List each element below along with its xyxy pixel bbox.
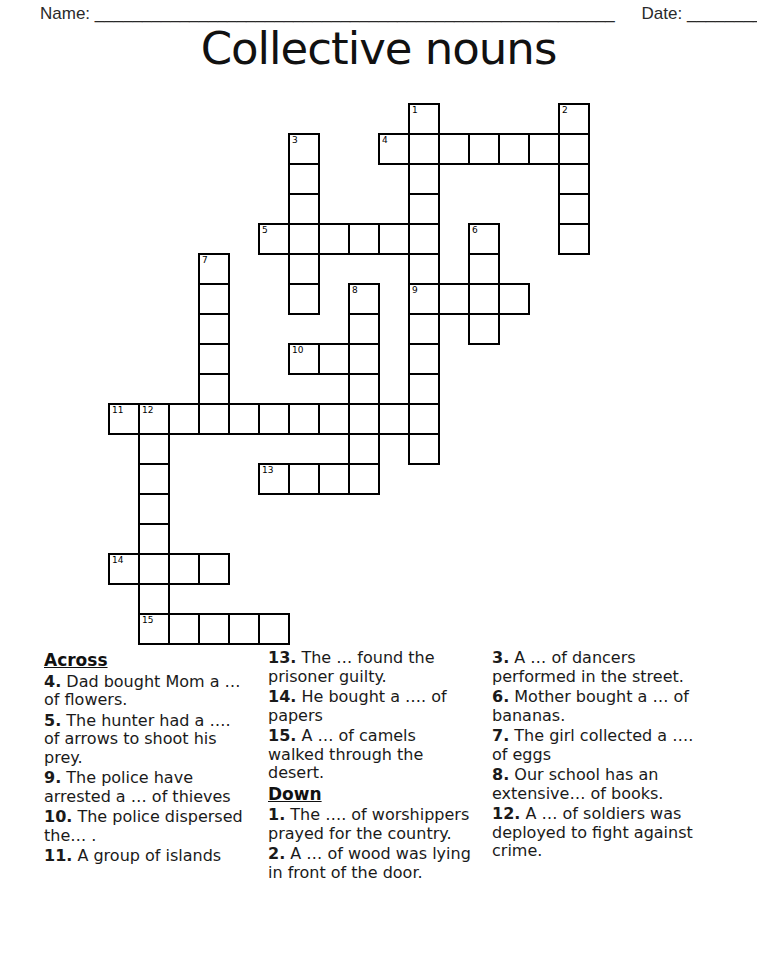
cell-r3-c6[interactable] bbox=[288, 193, 320, 225]
cell-r10-c6[interactable] bbox=[288, 403, 320, 435]
cell-r8-c10[interactable] bbox=[408, 343, 440, 375]
name-label: Name: bbox=[40, 4, 90, 23]
cell-r10-c1[interactable]: 12 bbox=[138, 403, 170, 435]
clue-number-3: 3 bbox=[292, 135, 298, 146]
clue-number-5: 5 bbox=[262, 225, 268, 236]
clue-12: 12. A … of soldiers was deployed to figh… bbox=[492, 805, 707, 861]
cell-r1-c11[interactable] bbox=[438, 133, 470, 165]
clue-column-3: 3. A … of dancers performed in the stree… bbox=[492, 649, 707, 884]
cell-r8-c8[interactable] bbox=[348, 343, 380, 375]
clue-8: 8. Our school has an extensive… of books… bbox=[492, 766, 707, 803]
cell-r16-c1[interactable] bbox=[138, 583, 170, 615]
cell-r4-c8[interactable] bbox=[348, 223, 380, 255]
cell-r4-c15[interactable] bbox=[558, 223, 590, 255]
clue-number-9: 9 bbox=[412, 285, 418, 296]
crossword-grid: 123456789101112131415 bbox=[108, 103, 590, 645]
cell-r5-c12[interactable] bbox=[468, 253, 500, 285]
cell-r1-c12[interactable] bbox=[468, 133, 500, 165]
cell-r10-c10[interactable] bbox=[408, 403, 440, 435]
crossword-worksheet: Name: __________________________________… bbox=[0, 0, 757, 980]
clue-10: 10. The police dispersed the… . bbox=[44, 808, 247, 845]
clue-number-label: 13. bbox=[268, 648, 296, 667]
clue-number-label: 14. bbox=[268, 687, 296, 706]
clue-6: 6. Mother bought a … of bananas. bbox=[492, 688, 707, 725]
clue-number-label: 12. bbox=[492, 804, 520, 823]
cell-r2-c6[interactable] bbox=[288, 163, 320, 195]
cell-r12-c5[interactable]: 13 bbox=[258, 463, 290, 495]
cell-r1-c10[interactable] bbox=[408, 133, 440, 165]
cell-r1-c14[interactable] bbox=[528, 133, 560, 165]
cell-r10-c9[interactable] bbox=[378, 403, 410, 435]
cell-r6-c11[interactable] bbox=[438, 283, 470, 315]
clue-4: 4. Dad bought Mom a … of flowers. bbox=[44, 673, 247, 710]
cell-r8-c6[interactable]: 10 bbox=[288, 343, 320, 375]
clue-number-label: 9. bbox=[44, 768, 61, 787]
cell-r5-c3[interactable]: 7 bbox=[198, 253, 230, 285]
cell-r15-c1[interactable] bbox=[138, 553, 170, 585]
clues-section: Across4. Dad bought Mom a … of flowers.5… bbox=[44, 649, 707, 884]
clue-number-label: 8. bbox=[492, 765, 509, 784]
cell-r10-c3[interactable] bbox=[198, 403, 230, 435]
cell-r10-c8[interactable] bbox=[348, 403, 380, 435]
cell-r1-c13[interactable] bbox=[498, 133, 530, 165]
clue-9: 9. The police have arrested a … of thiev… bbox=[44, 769, 247, 806]
cell-r6-c6[interactable] bbox=[288, 283, 320, 315]
cell-r4-c12[interactable]: 6 bbox=[468, 223, 500, 255]
clue-11: 11. A group of islands bbox=[44, 847, 247, 866]
cell-r4-c5[interactable]: 5 bbox=[258, 223, 290, 255]
name-blank-line: ________________________________________… bbox=[95, 4, 615, 23]
clue-number-10: 10 bbox=[292, 345, 303, 356]
clue-number-label: 11. bbox=[44, 846, 72, 865]
cell-r2-c15[interactable] bbox=[558, 163, 590, 195]
cell-r10-c5[interactable] bbox=[258, 403, 290, 435]
cell-r10-c4[interactable] bbox=[228, 403, 260, 435]
cell-r11-c10[interactable] bbox=[408, 433, 440, 465]
cell-r12-c8[interactable] bbox=[348, 463, 380, 495]
cell-r2-c10[interactable] bbox=[408, 163, 440, 195]
cell-r14-c1[interactable] bbox=[138, 523, 170, 555]
clue-number-7: 7 bbox=[202, 255, 208, 266]
cell-r9-c10[interactable] bbox=[408, 373, 440, 405]
clue-number-label: 7. bbox=[492, 726, 509, 745]
clue-number-label: 15. bbox=[268, 726, 296, 745]
clue-number-1: 1 bbox=[412, 105, 418, 116]
cell-r10-c0[interactable]: 11 bbox=[108, 403, 140, 435]
cell-r10-c7[interactable] bbox=[318, 403, 350, 435]
cell-r7-c12[interactable] bbox=[468, 313, 500, 345]
clue-number-2: 2 bbox=[562, 105, 568, 116]
cell-r7-c8[interactable] bbox=[348, 313, 380, 345]
clue-number-label: 2. bbox=[268, 844, 285, 863]
cell-r15-c3[interactable] bbox=[198, 553, 230, 585]
cell-r8-c3[interactable] bbox=[198, 343, 230, 375]
clue-number-label: 6. bbox=[492, 687, 509, 706]
cell-r0-c10[interactable]: 1 bbox=[408, 103, 440, 135]
clues-across-header: Across bbox=[44, 651, 247, 670]
cell-r9-c8[interactable] bbox=[348, 373, 380, 405]
name-date-row: Name: __________________________________… bbox=[40, 4, 757, 24]
cell-r3-c10[interactable] bbox=[408, 193, 440, 225]
cell-r6-c12[interactable] bbox=[468, 283, 500, 315]
cell-r17-c1[interactable]: 15 bbox=[138, 613, 170, 645]
cell-r12-c6[interactable] bbox=[288, 463, 320, 495]
clue-number-13: 13 bbox=[262, 465, 273, 476]
clue-number-label: 4. bbox=[44, 672, 61, 691]
clue-13: 13. The … found the prisoner guilty. bbox=[268, 649, 471, 686]
clue-3: 3. A … of dancers performed in the stree… bbox=[492, 649, 707, 686]
cell-r4-c9[interactable] bbox=[378, 223, 410, 255]
clue-number-label: 10. bbox=[44, 807, 72, 826]
date-blank-line: ________ bbox=[687, 4, 757, 23]
clue-number-label: 3. bbox=[492, 648, 509, 667]
puzzle-title: Collective nouns bbox=[0, 22, 757, 75]
cell-r15-c2[interactable] bbox=[168, 553, 200, 585]
cell-r12-c7[interactable] bbox=[318, 463, 350, 495]
cell-r1-c15[interactable] bbox=[558, 133, 590, 165]
clue-column-1: Across4. Dad bought Mom a … of flowers.5… bbox=[44, 649, 247, 884]
cell-r1-c9[interactable]: 4 bbox=[378, 133, 410, 165]
cell-r17-c3[interactable] bbox=[198, 613, 230, 645]
cell-r9-c3[interactable] bbox=[198, 373, 230, 405]
cell-r12-c1[interactable] bbox=[138, 463, 170, 495]
clue-number-14: 14 bbox=[112, 555, 123, 566]
clue-2: 2. A … of wood was lying in front of the… bbox=[268, 845, 471, 882]
cell-r17-c4[interactable] bbox=[228, 613, 260, 645]
cell-r6-c13[interactable] bbox=[498, 283, 530, 315]
clue-number-11: 11 bbox=[112, 405, 123, 416]
cell-r5-c6[interactable] bbox=[288, 253, 320, 285]
clue-7: 7. The girl collected a …. of eggs bbox=[492, 727, 707, 764]
date-label: Date: bbox=[642, 4, 683, 23]
cell-r4-c7[interactable] bbox=[318, 223, 350, 255]
cell-r6-c8[interactable]: 8 bbox=[348, 283, 380, 315]
clues-down-header: Down bbox=[268, 785, 471, 804]
cell-r5-c10[interactable] bbox=[408, 253, 440, 285]
cell-r3-c15[interactable] bbox=[558, 193, 590, 225]
clue-number-6: 6 bbox=[472, 225, 478, 236]
cell-r7-c3[interactable] bbox=[198, 313, 230, 345]
clue-number-12: 12 bbox=[142, 405, 153, 416]
cell-r8-c7[interactable] bbox=[318, 343, 350, 375]
cell-r6-c3[interactable] bbox=[198, 283, 230, 315]
clue-15: 15. A … of camels walked through the des… bbox=[268, 727, 471, 783]
cell-r4-c6[interactable] bbox=[288, 223, 320, 255]
cell-r11-c8[interactable] bbox=[348, 433, 380, 465]
clue-number-15: 15 bbox=[142, 615, 153, 626]
cell-r15-c0[interactable]: 14 bbox=[108, 553, 140, 585]
clue-number-label: 1. bbox=[268, 805, 285, 824]
clue-number-label: 5. bbox=[44, 711, 61, 730]
cell-r4-c10[interactable] bbox=[408, 223, 440, 255]
clue-1: 1. The …. of worshippers prayed for the … bbox=[268, 806, 471, 843]
clue-14: 14. He bought a …. of papers bbox=[268, 688, 471, 725]
cell-r13-c1[interactable] bbox=[138, 493, 170, 525]
cell-r11-c1[interactable] bbox=[138, 433, 170, 465]
cell-r10-c2[interactable] bbox=[168, 403, 200, 435]
clue-5: 5. The hunter had a …. of arrows to shoo… bbox=[44, 712, 247, 768]
cell-r1-c6[interactable]: 3 bbox=[288, 133, 320, 165]
clue-number-8: 8 bbox=[352, 285, 358, 296]
clue-column-2: 13. The … found the prisoner guilty.14. … bbox=[268, 649, 471, 884]
clue-number-4: 4 bbox=[382, 135, 388, 146]
cell-r17-c2[interactable] bbox=[168, 613, 200, 645]
cell-r7-c10[interactable] bbox=[408, 313, 440, 345]
cell-r6-c10[interactable]: 9 bbox=[408, 283, 440, 315]
cell-r17-c5[interactable] bbox=[258, 613, 290, 645]
cell-r0-c15[interactable]: 2 bbox=[558, 103, 590, 135]
